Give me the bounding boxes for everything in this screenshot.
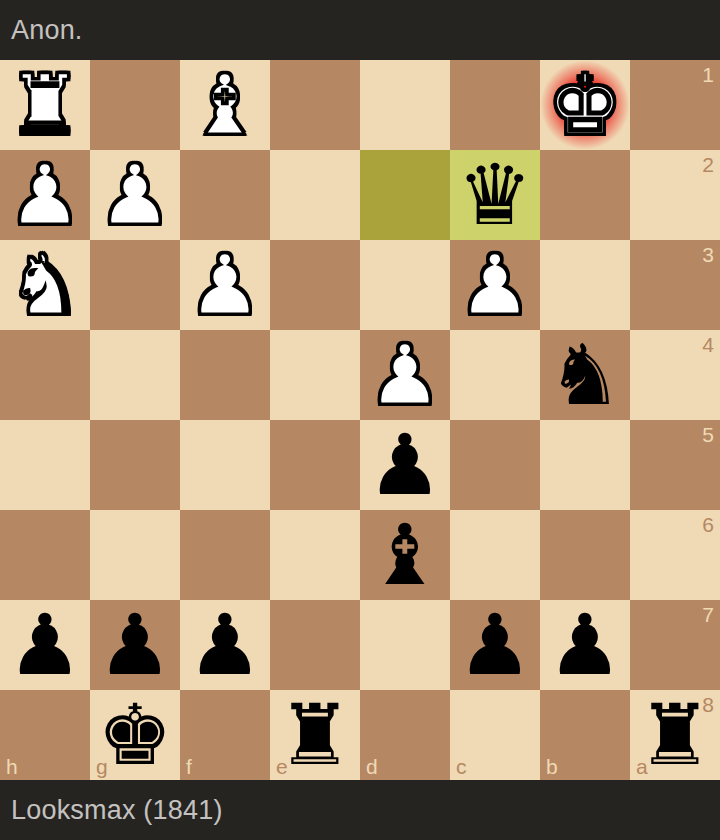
rank-label-8: 8 [702, 694, 714, 715]
rank-label-4: 4 [702, 334, 714, 355]
square-h2[interactable]: ♟ [0, 150, 90, 240]
square-c8[interactable]: c [450, 690, 540, 780]
black-bishop[interactable]: ♝ [367, 510, 442, 600]
square-b3[interactable] [540, 240, 630, 330]
rank-label-2: 2 [702, 154, 714, 175]
square-g4[interactable] [90, 330, 180, 420]
white-king[interactable]: ♚ [547, 60, 622, 150]
white-pawn[interactable]: ♟ [457, 240, 532, 330]
square-h1[interactable]: ♜ [0, 60, 90, 150]
square-f4[interactable] [180, 330, 270, 420]
square-d3[interactable] [360, 240, 450, 330]
square-c5[interactable] [450, 420, 540, 510]
square-f5[interactable] [180, 420, 270, 510]
square-b1[interactable]: ♚ [540, 60, 630, 150]
white-pawn[interactable]: ♟ [97, 150, 172, 240]
square-g1[interactable] [90, 60, 180, 150]
white-pawn[interactable]: ♟ [7, 150, 82, 240]
top-player-bar: Anon. [0, 0, 720, 60]
black-pawn[interactable]: ♟ [7, 600, 82, 690]
square-g7[interactable]: ♟ [90, 600, 180, 690]
square-d2[interactable] [360, 150, 450, 240]
file-label-b: b [546, 756, 558, 777]
square-g8[interactable]: ♚g [90, 690, 180, 780]
rank-label-1: 1 [702, 64, 714, 85]
black-pawn[interactable]: ♟ [457, 600, 532, 690]
square-h8[interactable]: h [0, 690, 90, 780]
square-a1[interactable]: 1 [630, 60, 720, 150]
square-a6[interactable]: 6 [630, 510, 720, 600]
white-pawn[interactable]: ♟ [367, 330, 442, 420]
square-c3[interactable]: ♟ [450, 240, 540, 330]
square-f6[interactable] [180, 510, 270, 600]
square-a8[interactable]: ♜8a [630, 690, 720, 780]
square-f8[interactable]: f [180, 690, 270, 780]
square-b8[interactable]: b [540, 690, 630, 780]
square-e7[interactable] [270, 600, 360, 690]
square-a2[interactable]: 2 [630, 150, 720, 240]
file-label-d: d [366, 756, 378, 777]
square-e2[interactable] [270, 150, 360, 240]
square-e8[interactable]: ♜e [270, 690, 360, 780]
square-g6[interactable] [90, 510, 180, 600]
bottom-player-bar: Looksmax (1841) [0, 780, 720, 840]
square-h6[interactable] [0, 510, 90, 600]
square-c1[interactable] [450, 60, 540, 150]
white-bishop[interactable]: ♝ [187, 60, 262, 150]
square-h7[interactable]: ♟ [0, 600, 90, 690]
square-f7[interactable]: ♟ [180, 600, 270, 690]
rank-label-3: 3 [702, 244, 714, 265]
black-pawn[interactable]: ♟ [367, 420, 442, 510]
square-f3[interactable]: ♟ [180, 240, 270, 330]
square-f1[interactable]: ♝ [180, 60, 270, 150]
square-e5[interactable] [270, 420, 360, 510]
square-c6[interactable] [450, 510, 540, 600]
square-d4[interactable]: ♟ [360, 330, 450, 420]
rank-label-6: 6 [702, 514, 714, 535]
square-c4[interactable] [450, 330, 540, 420]
square-b4[interactable]: ♞ [540, 330, 630, 420]
black-king[interactable]: ♚ [97, 690, 172, 780]
square-b5[interactable] [540, 420, 630, 510]
black-knight[interactable]: ♞ [547, 330, 622, 420]
square-a5[interactable]: 5 [630, 420, 720, 510]
white-pawn[interactable]: ♟ [187, 240, 262, 330]
square-h5[interactable] [0, 420, 90, 510]
square-d8[interactable]: d [360, 690, 450, 780]
file-label-e: e [276, 756, 288, 777]
square-a4[interactable]: 4 [630, 330, 720, 420]
square-e3[interactable] [270, 240, 360, 330]
black-queen[interactable]: ♛ [457, 150, 532, 240]
square-a7[interactable]: 7 [630, 600, 720, 690]
square-f2[interactable] [180, 150, 270, 240]
square-b7[interactable]: ♟ [540, 600, 630, 690]
square-e1[interactable] [270, 60, 360, 150]
square-d1[interactable] [360, 60, 450, 150]
black-pawn[interactable]: ♟ [187, 600, 262, 690]
file-label-c: c [456, 756, 467, 777]
square-d6[interactable]: ♝ [360, 510, 450, 600]
square-d7[interactable] [360, 600, 450, 690]
square-e4[interactable] [270, 330, 360, 420]
square-e6[interactable] [270, 510, 360, 600]
file-label-h: h [6, 756, 18, 777]
square-g5[interactable] [90, 420, 180, 510]
chess-board[interactable]: ♜♝♚1♟♟♛2♞♟♟3♟♞4♟5♝6♟♟♟♟♟7h♚gf♜edcb♜8a [0, 60, 720, 780]
black-rook[interactable]: ♜ [277, 690, 352, 780]
top-player-name: Anon. [11, 15, 83, 46]
square-g3[interactable] [90, 240, 180, 330]
file-label-g: g [96, 756, 108, 777]
square-h3[interactable]: ♞ [0, 240, 90, 330]
square-h4[interactable] [0, 330, 90, 420]
white-knight[interactable]: ♞ [7, 240, 82, 330]
rank-label-7: 7 [702, 604, 714, 625]
rank-label-5: 5 [702, 424, 714, 445]
bottom-player-name: Looksmax (1841) [11, 795, 223, 826]
black-pawn[interactable]: ♟ [97, 600, 172, 690]
file-label-f: f [186, 756, 192, 777]
chess-app: Anon. ♜♝♚1♟♟♛2♞♟♟3♟♞4♟5♝6♟♟♟♟♟7h♚gf♜edcb… [0, 0, 720, 840]
square-g2[interactable]: ♟ [90, 150, 180, 240]
square-b6[interactable] [540, 510, 630, 600]
square-a3[interactable]: 3 [630, 240, 720, 330]
file-label-a: a [636, 756, 648, 777]
square-b2[interactable] [540, 150, 630, 240]
square-c7[interactable]: ♟ [450, 600, 540, 690]
square-d5[interactable]: ♟ [360, 420, 450, 510]
white-rook[interactable]: ♜ [7, 60, 82, 150]
square-c2[interactable]: ♛ [450, 150, 540, 240]
black-pawn[interactable]: ♟ [547, 600, 622, 690]
